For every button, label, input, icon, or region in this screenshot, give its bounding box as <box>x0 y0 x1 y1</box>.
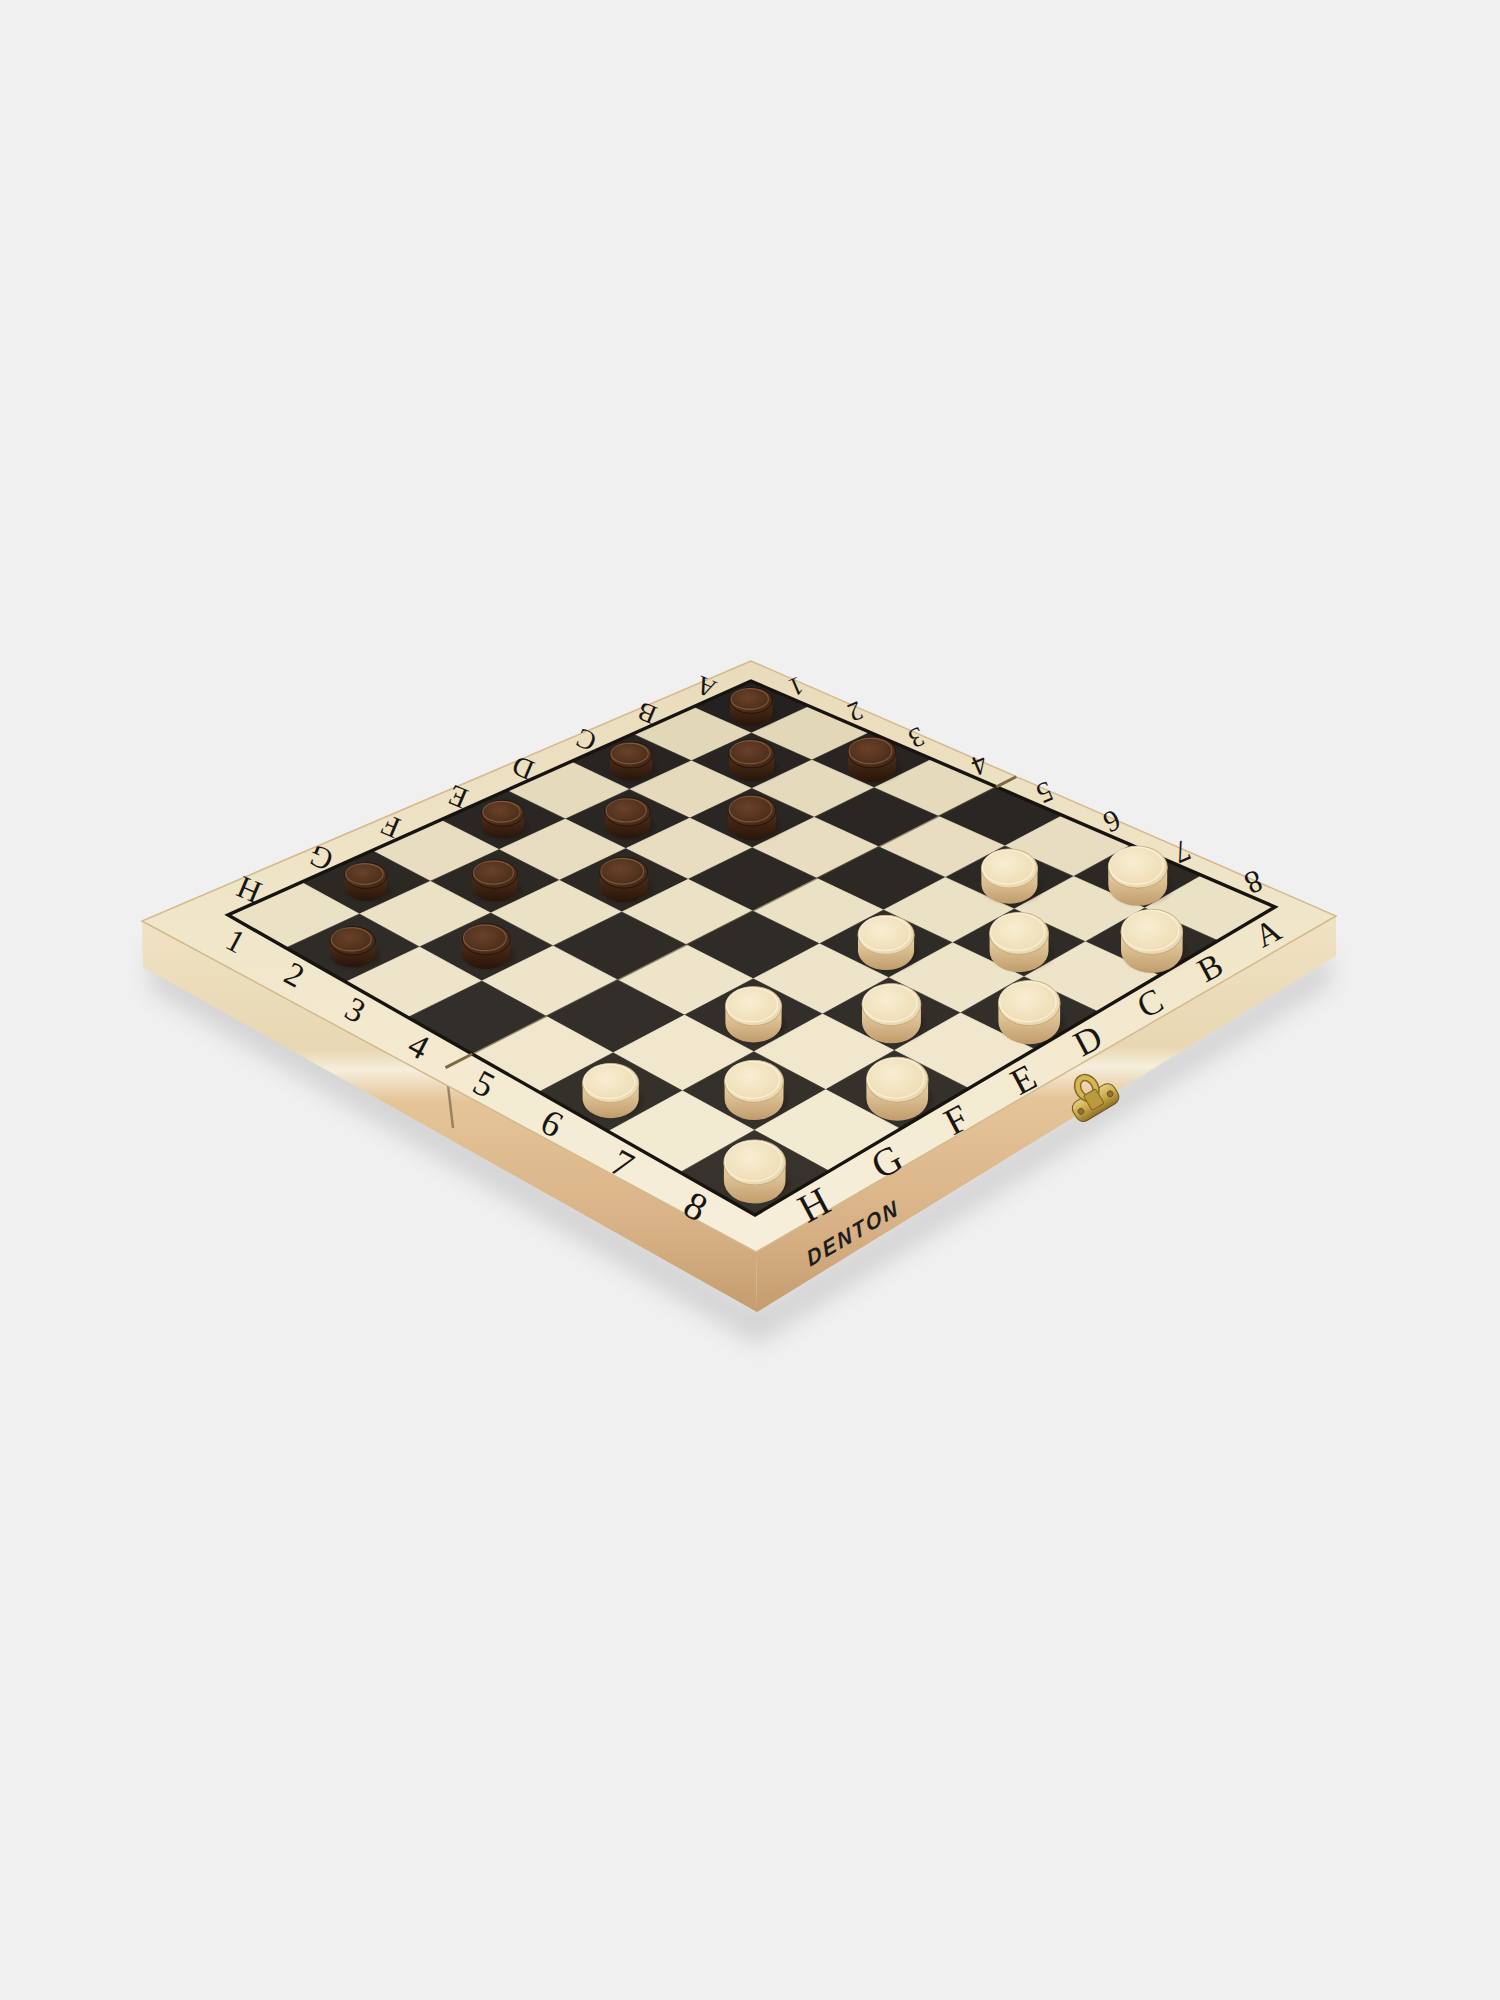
piece-light-f6 <box>725 987 785 1043</box>
piece-light-d6 <box>858 915 918 970</box>
piece-dark-g1 <box>345 863 391 901</box>
piece-light-c7 <box>990 912 1053 972</box>
piece-light-f8 <box>866 1057 932 1121</box>
product-photo-stage: AABBCCDDEEFFGGHH1122334455667788 DENTON <box>0 0 1500 2000</box>
piece-dark-e3 <box>600 857 652 902</box>
piece-dark-c1 <box>610 742 656 780</box>
piece-light-a7 <box>1108 846 1171 906</box>
piece-dark-e1 <box>482 800 528 838</box>
board-photo-svg: AABBCCDDEEFFGGHH1122334455667788 DENTON <box>0 0 1500 2000</box>
piece-light-g7 <box>725 1060 788 1120</box>
piece-dark-f2 <box>472 860 521 902</box>
piece-dark-c3 <box>728 795 780 840</box>
piece-dark-b2 <box>729 740 778 782</box>
piece-dark-d2 <box>605 798 654 839</box>
piece-light-h8 <box>724 1140 790 1204</box>
piece-light-h6 <box>583 1063 643 1118</box>
piece-dark-a1 <box>730 688 776 726</box>
piece-dark-h2 <box>330 927 379 968</box>
piece-light-b8 <box>1121 909 1187 973</box>
piece-light-d8 <box>998 981 1064 1045</box>
piece-dark-a3 <box>848 737 900 782</box>
piece-light-e7 <box>862 984 925 1044</box>
piece-light-b6 <box>981 849 1041 904</box>
piece-dark-g3 <box>462 924 514 969</box>
